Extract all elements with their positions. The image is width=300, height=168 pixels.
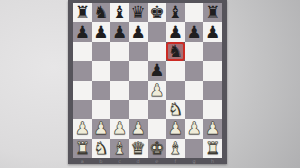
piece-black-pawn[interactable]: ♟ [168,23,183,40]
square-c7[interactable]: ♟ [110,22,129,41]
square-h6[interactable] [203,42,222,61]
piece-white-pawn[interactable]: ♟ [93,120,108,137]
file-label-c: c [110,158,129,164]
piece-white-pawn[interactable]: ♟ [149,81,164,98]
square-d2[interactable]: ♟ [129,119,148,138]
piece-black-knight[interactable]: ♞ [93,4,108,21]
square-b3[interactable] [92,100,111,119]
piece-black-rook[interactable]: ♜ [205,4,220,21]
square-f5[interactable] [166,61,185,80]
square-b5[interactable] [92,61,111,80]
square-e1[interactable]: ♚ [148,139,167,158]
square-g5[interactable] [185,61,204,80]
piece-black-bishop[interactable]: ♝ [112,4,127,21]
piece-black-pawn[interactable]: ♟ [93,23,108,40]
square-a8[interactable]: ♜ [73,3,92,22]
piece-white-pawn[interactable]: ♟ [168,120,183,137]
square-a3[interactable] [73,100,92,119]
piece-black-pawn[interactable]: ♟ [149,62,164,79]
square-b1[interactable]: ♞ [92,139,111,158]
piece-white-king[interactable]: ♚ [149,139,164,156]
square-d5[interactable] [129,61,148,80]
square-c5[interactable] [110,61,129,80]
square-f2[interactable]: ♟ [166,119,185,138]
file-label-g: g [185,158,204,164]
piece-white-queen[interactable]: ♛ [131,139,146,156]
piece-white-pawn[interactable]: ♟ [186,120,201,137]
square-e4[interactable]: ♟ [148,81,167,100]
square-c3[interactable] [110,100,129,119]
square-e8[interactable]: ♚ [148,3,167,22]
square-a4[interactable] [73,81,92,100]
chess-board: ♜♞♝♛♚♝♜♟♟♟♟♟♟♟♞♟♟♞♟♟♟♟♟♟♟♜♞♝♛♚♝♜ abcdefg… [68,0,227,164]
square-e5[interactable]: ♟ [148,61,167,80]
file-label-d: d [129,158,148,164]
piece-black-knight[interactable]: ♞ [168,42,183,59]
file-label-e: e [148,158,167,164]
piece-black-rook[interactable]: ♜ [75,4,90,21]
square-h3[interactable] [203,100,222,119]
square-f8[interactable]: ♝ [166,3,185,22]
piece-white-bishop[interactable]: ♝ [168,139,183,156]
piece-black-pawn[interactable]: ♟ [131,23,146,40]
piece-white-rook[interactable]: ♜ [205,139,220,156]
square-f7[interactable]: ♟ [166,22,185,41]
square-g6[interactable] [185,42,204,61]
square-c8[interactable]: ♝ [110,3,129,22]
square-g1[interactable] [185,139,204,158]
square-g7[interactable]: ♟ [185,22,204,41]
piece-black-pawn[interactable]: ♟ [112,23,127,40]
file-label-f: f [166,158,185,164]
square-a1[interactable]: ♜ [73,139,92,158]
square-d1[interactable]: ♛ [129,139,148,158]
square-f4[interactable] [166,81,185,100]
square-h1[interactable]: ♜ [203,139,222,158]
square-a2[interactable]: ♟ [73,119,92,138]
piece-white-pawn[interactable]: ♟ [205,120,220,137]
chess-board-grid: ♜♞♝♛♚♝♜♟♟♟♟♟♟♟♞♟♟♞♟♟♟♟♟♟♟♜♞♝♛♚♝♜ [73,3,222,158]
square-h2[interactable]: ♟ [203,119,222,138]
piece-white-knight[interactable]: ♞ [93,139,108,156]
piece-white-pawn[interactable]: ♟ [75,120,90,137]
piece-black-king[interactable]: ♚ [149,4,164,21]
file-label-h: h [203,158,222,164]
square-d6[interactable] [129,42,148,61]
square-e3[interactable] [148,100,167,119]
square-h8[interactable]: ♜ [203,3,222,22]
file-label-b: b [92,158,111,164]
square-a6[interactable] [73,42,92,61]
square-h5[interactable] [203,61,222,80]
piece-black-pawn[interactable]: ♟ [75,23,90,40]
piece-white-knight[interactable]: ♞ [168,101,183,118]
piece-black-queen[interactable]: ♛ [131,4,146,21]
square-h7[interactable]: ♟ [203,22,222,41]
piece-white-rook[interactable]: ♜ [75,139,90,156]
file-label-a: a [73,158,92,164]
square-e7[interactable] [148,22,167,41]
square-f3[interactable]: ♞ [166,100,185,119]
piece-black-pawn[interactable]: ♟ [186,23,201,40]
square-g2[interactable]: ♟ [185,119,204,138]
square-e2[interactable] [148,119,167,138]
square-g3[interactable] [185,100,204,119]
square-c6[interactable] [110,42,129,61]
square-a7[interactable]: ♟ [73,22,92,41]
square-c2[interactable]: ♟ [110,119,129,138]
square-b4[interactable] [92,81,111,100]
piece-white-pawn[interactable]: ♟ [131,120,146,137]
square-g4[interactable] [185,81,204,100]
square-h4[interactable] [203,81,222,100]
square-d7[interactable]: ♟ [129,22,148,41]
square-f1[interactable]: ♝ [166,139,185,158]
file-coordinate-labels: abcdefgh [73,158,222,164]
square-b6[interactable] [92,42,111,61]
square-a5[interactable] [73,61,92,80]
page-background: ♜♞♝♛♚♝♜♟♟♟♟♟♟♟♞♟♟♞♟♟♟♟♟♟♟♜♞♝♛♚♝♜ abcdefg… [0,0,300,168]
square-f6[interactable]: ♞ [166,42,185,61]
square-e6[interactable] [148,42,167,61]
square-d4[interactable] [129,81,148,100]
square-b2[interactable]: ♟ [92,119,111,138]
square-g8[interactable] [185,3,204,22]
square-c1[interactable]: ♝ [110,139,129,158]
square-b8[interactable]: ♞ [92,3,111,22]
piece-black-pawn[interactable]: ♟ [205,23,220,40]
square-b7[interactable]: ♟ [92,22,111,41]
square-d3[interactable] [129,100,148,119]
square-c4[interactable] [110,81,129,100]
square-d8[interactable]: ♛ [129,3,148,22]
piece-white-pawn[interactable]: ♟ [112,120,127,137]
piece-white-bishop[interactable]: ♝ [112,139,127,156]
piece-black-bishop[interactable]: ♝ [168,4,183,21]
